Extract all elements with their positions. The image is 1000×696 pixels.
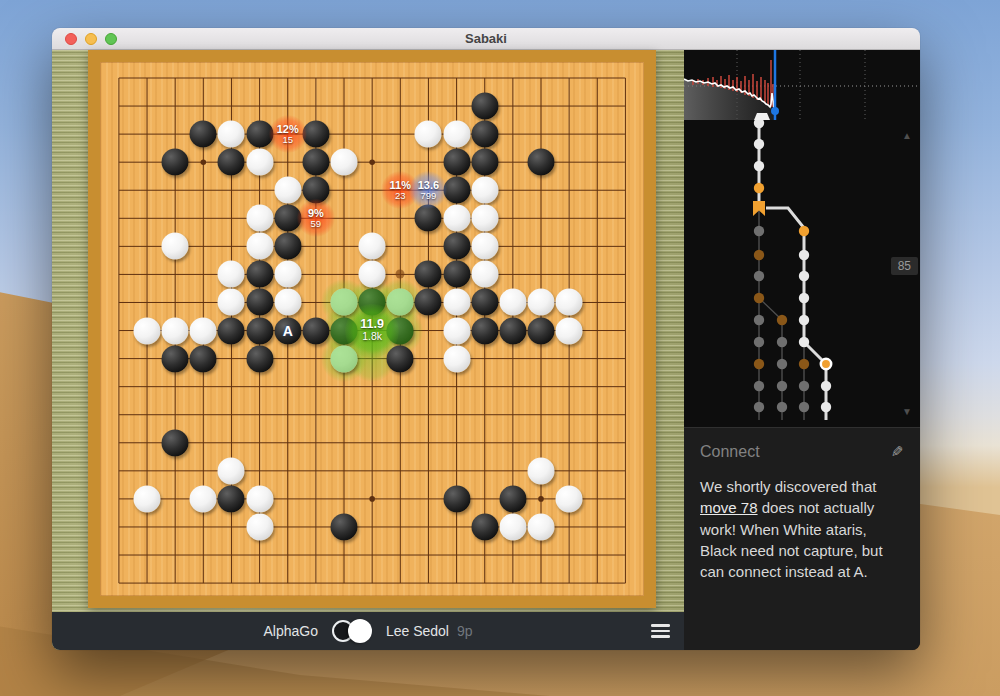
stone-black[interactable] [218,317,245,344]
stone-white[interactable] [528,513,555,540]
stone-black[interactable] [190,345,217,372]
stone-black[interactable] [443,261,470,288]
scroll-up-icon[interactable]: ▲ [902,130,912,141]
stone-white[interactable] [443,317,470,344]
stone-white[interactable] [274,177,301,204]
tree-node[interactable] [754,271,764,281]
stone-white[interactable] [471,177,498,204]
analysis-label: 11%23 [390,179,411,202]
stone-white[interactable] [218,289,245,316]
stone-black[interactable] [246,345,273,372]
tree-node[interactable] [821,402,831,412]
stone-white[interactable] [246,233,273,260]
analysis-visits: 59 [308,219,324,229]
minimize-button[interactable] [85,33,97,45]
marker-letter-A: A [283,323,293,339]
edit-pencil-icon[interactable]: ✎ [891,443,904,461]
sabaki-window: Sabaki 12%159%5911%2313.679911.91.8kA Al… [52,28,920,650]
stone-black[interactable] [190,121,217,148]
tree-node[interactable] [754,226,764,236]
tree-node[interactable] [777,402,787,412]
stone-black[interactable] [471,317,498,344]
stone-black[interactable] [499,317,526,344]
stone-black[interactable] [471,121,498,148]
stone-black[interactable] [162,429,189,456]
analysis-label: 12%15 [277,123,299,146]
stone-white[interactable] [443,289,470,316]
comment-body: We shortly discovered that move 78 does … [700,476,904,582]
tree-node[interactable] [799,226,809,236]
move-78-link[interactable]: move 78 [700,499,758,516]
stone-white[interactable] [415,121,442,148]
star-point [201,159,207,165]
analysis-label: 9%59 [308,207,324,230]
stone-black[interactable] [218,149,245,176]
star-point [538,496,544,502]
move-number-badge: 85 [891,257,918,275]
stone-black[interactable] [162,345,189,372]
tree-node[interactable] [754,139,764,149]
analysis-label: 11.91.8k [360,318,384,343]
stone-white[interactable] [331,149,358,176]
tree-node[interactable] [754,293,764,303]
stone-white[interactable] [359,261,386,288]
window-title: Sabaki [465,31,507,46]
stone-black[interactable] [274,233,301,260]
tree-node[interactable] [777,359,787,369]
stone-black[interactable] [443,485,470,512]
white-stone-icon [348,619,372,643]
tree-node[interactable] [777,315,787,325]
stone-white[interactable] [162,233,189,260]
stone-white[interactable] [556,289,583,316]
board-layer: 12%159%5911%2313.679911.91.8kA [52,50,684,608]
stone-black[interactable] [246,317,273,344]
tree-node[interactable] [821,381,831,391]
sidebar: 85 ▲ ▼ Connect ✎ We shortly discovered t… [684,50,920,650]
marker-dot [396,270,405,279]
tree-node[interactable] [754,250,764,260]
stone-white[interactable] [246,485,273,512]
tree-node[interactable] [799,402,809,412]
stone-white[interactable] [528,289,555,316]
comment-text-before: We shortly discovered that [700,478,876,495]
stone-white[interactable] [556,485,583,512]
stone-white[interactable] [499,513,526,540]
white-player-name: Lee Sedol [386,623,449,639]
stone-white[interactable] [471,233,498,260]
tree-node[interactable] [754,161,764,171]
desktop-wallpaper: Sabaki 12%159%5911%2313.679911.91.8kA Al… [0,0,1000,696]
stone-white[interactable] [556,317,583,344]
stone-black[interactable] [471,93,498,120]
stone-black[interactable] [499,485,526,512]
close-button[interactable] [65,33,77,45]
cursor-dot [771,107,779,115]
stone-black[interactable] [331,513,358,540]
stone-black[interactable] [471,513,498,540]
stone-white[interactable] [246,513,273,540]
black-player-name: AlphaGo [263,623,317,639]
tree-node[interactable] [754,381,764,391]
stone-white[interactable] [443,345,470,372]
stone-black[interactable] [162,149,189,176]
stone-white[interactable] [162,317,189,344]
comment-title: Connect [700,443,760,461]
stone-black[interactable] [471,149,498,176]
player-toggle[interactable] [330,618,374,644]
stone-black[interactable] [302,149,329,176]
stone-black[interactable] [528,149,555,176]
board-area: 12%159%5911%2313.679911.91.8kA AlphaGo L… [52,50,684,650]
tree-node[interactable] [799,293,809,303]
star-point [369,159,375,165]
tree-node[interactable] [754,183,764,193]
analysis-visits: 799 [418,191,439,201]
stone-black[interactable] [246,261,273,288]
stone-white[interactable] [190,485,217,512]
zoom-button[interactable] [105,33,117,45]
stone-white[interactable] [246,149,273,176]
analysis-value: 11.9 [360,318,384,332]
tree-node[interactable] [799,359,809,369]
stone-white[interactable] [443,205,470,232]
star-point [369,496,375,502]
traffic-lights [65,33,117,45]
tree-node[interactable] [754,402,764,412]
game-tree-svg [684,120,920,427]
stone-white[interactable] [134,317,161,344]
tree-node[interactable] [777,381,787,391]
stone-black[interactable] [443,149,470,176]
white-player-rank: 9p [457,623,473,639]
menu-icon[interactable] [651,624,670,638]
tree-node[interactable] [754,315,764,325]
stone-white[interactable] [218,121,245,148]
stone-white[interactable] [190,317,217,344]
stone-white[interactable] [359,233,386,260]
stone-white[interactable] [528,457,555,484]
stone-white[interactable] [218,457,245,484]
stone-white[interactable] [218,261,245,288]
stone-black[interactable] [415,261,442,288]
stone-white[interactable] [134,485,161,512]
titlebar[interactable]: Sabaki [52,28,920,50]
stone-black[interactable] [415,289,442,316]
tree-node[interactable] [799,315,809,325]
stone-black[interactable] [218,485,245,512]
analysis-label: 13.6799 [418,179,439,202]
analysis-visits: 15 [277,135,299,145]
winrate-graph-svg [684,50,920,120]
stone-black[interactable] [302,317,329,344]
tree-node[interactable] [754,120,764,128]
tree-node[interactable] [754,337,764,347]
stone-white[interactable] [246,205,273,232]
stone-black[interactable] [443,233,470,260]
tree-node[interactable] [799,337,809,347]
stone-white[interactable] [443,121,470,148]
tree-node[interactable] [777,337,787,347]
tree-edge [766,208,804,228]
player-bar: AlphaGo Lee Sedol 9p [52,612,684,650]
analysis-visits: 1.8k [360,332,384,344]
stone-white[interactable] [471,261,498,288]
tree-current-node[interactable] [821,359,831,369]
comment-panel: Connect ✎ We shortly discovered that mov… [684,427,920,650]
tree-node[interactable] [799,250,809,260]
tree-node[interactable] [799,271,809,281]
stone-black[interactable] [246,289,273,316]
stone-black[interactable] [528,317,555,344]
stone-white[interactable] [471,205,498,232]
stone-white[interactable] [274,261,301,288]
stone-black[interactable] [471,289,498,316]
tree-node[interactable] [799,381,809,391]
analysis-visits: 23 [390,191,411,201]
game-tree[interactable]: 85 ▲ ▼ [684,120,920,427]
scroll-down-icon[interactable]: ▼ [902,406,912,417]
winrate-graph[interactable] [684,50,920,120]
stone-white[interactable] [274,289,301,316]
tree-node[interactable] [754,359,764,369]
stone-white[interactable] [499,289,526,316]
